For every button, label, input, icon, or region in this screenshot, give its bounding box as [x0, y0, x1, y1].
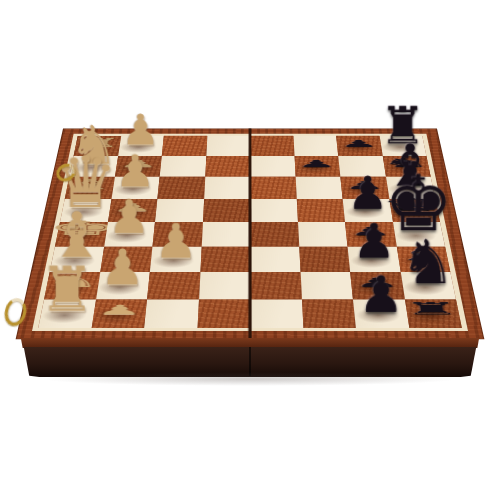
square-h3 [144, 299, 198, 328]
square-b6: ♟ [294, 156, 340, 177]
square-c4 [204, 177, 250, 199]
square-a7: ♟ [336, 136, 382, 156]
square-g4 [199, 272, 250, 299]
square-g3 [147, 272, 200, 299]
piece-black-pawn-h7: ♟ [358, 269, 403, 320]
square-b5 [250, 156, 295, 177]
square-g6 [300, 272, 353, 299]
square-c6 [295, 177, 342, 199]
square-b4 [205, 156, 250, 177]
piece-black-pawn-b6: ♟ [297, 159, 336, 169]
square-f4 [200, 246, 250, 272]
chess-board: ♜♟♟♜♞♟♟♞♝♟♟♝♛♟♟♛♚♟♟♚♝♟♟♝♞♟♟♞♜♟♟♜ [16, 129, 485, 340]
square-a6 [293, 136, 338, 156]
piece-white-pawn-c2: ♟ [116, 149, 156, 193]
piece-white-pawn-g2: ♟ [101, 242, 145, 291]
piece-white-pawn-e2: ♟ [109, 193, 151, 240]
piece-black-pawn-a7: ♟ [339, 138, 378, 148]
square-h2: ♟ [91, 299, 147, 328]
square-g5 [250, 272, 301, 299]
square-h4 [197, 299, 250, 328]
square-f3: ♟ [150, 246, 201, 272]
square-a3 [162, 136, 207, 156]
square-c3 [157, 177, 204, 199]
square-c5 [250, 177, 296, 199]
square-h5 [250, 299, 303, 328]
square-a4 [206, 136, 250, 156]
piece-black-rook-h8: ♜ [403, 300, 461, 317]
board-scene: ♜♟♟♜♞♟♟♞♝♟♟♝♛♟♟♛♚♟♟♚♝♟♟♝♞♟♟♞♜♟♟♜ [0, 0, 500, 500]
square-h8: ♜ [404, 299, 461, 328]
square-a5 [250, 136, 294, 156]
square-g2: ♟ [96, 272, 150, 299]
square-g8: ♞ [400, 272, 456, 299]
square-d6 [296, 199, 345, 222]
piece-white-rook-h1: ♜ [39, 259, 94, 321]
piece-black-knight-g8: ♞ [401, 231, 456, 292]
square-f5 [250, 246, 300, 272]
square-h6 [301, 299, 355, 328]
square-h7: ♟ [353, 299, 409, 328]
square-f6 [299, 246, 350, 272]
product-photo-stage: ♜♟♟♜♞♟♟♞♝♟♟♝♛♟♟♛♚♟♟♚♝♟♟♝♞♟♟♞♜♟♟♜ [0, 0, 500, 500]
square-e5 [250, 222, 299, 246]
piece-black-pawn-d7: ♟ [347, 170, 388, 216]
piece-white-pawn-h2: ♟ [96, 303, 143, 317]
ground-shadow [40, 372, 460, 386]
square-b3 [160, 156, 206, 177]
square-d4 [203, 199, 251, 222]
piece-black-pawn-f7: ♟ [352, 217, 395, 265]
piece-white-pawn-f3: ♟ [154, 217, 197, 265]
square-d5 [250, 199, 298, 222]
square-e4 [201, 222, 250, 246]
square-e6 [298, 222, 348, 246]
square-h1: ♜ [38, 299, 95, 328]
